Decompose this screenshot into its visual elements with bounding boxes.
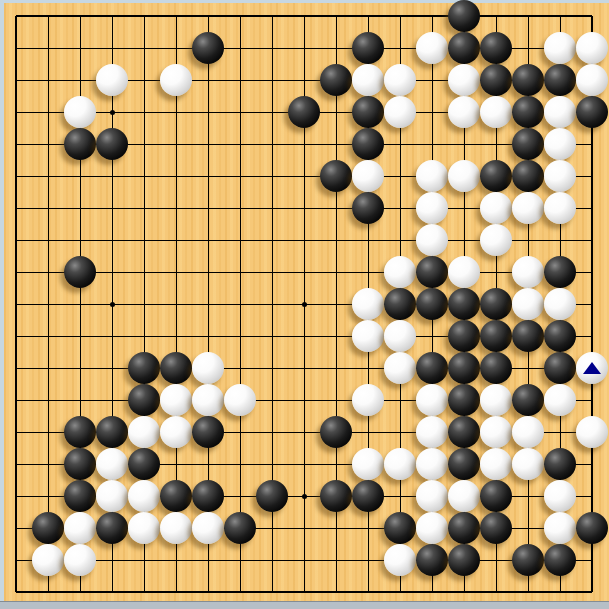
intersection-T19[interactable] [576, 0, 608, 32]
intersection-S10[interactable] [544, 288, 576, 320]
intersection-R16[interactable] [512, 96, 544, 128]
intersection-D15[interactable] [96, 128, 128, 160]
intersection-S11[interactable] [544, 256, 576, 288]
intersection-C15[interactable] [64, 128, 96, 160]
intersection-N6[interactable] [384, 416, 416, 448]
intersection-F17[interactable] [160, 64, 192, 96]
intersection-J2[interactable] [256, 544, 288, 576]
intersection-S2[interactable] [544, 544, 576, 576]
intersection-L4[interactable] [320, 480, 352, 512]
intersection-G1[interactable] [192, 576, 224, 608]
intersection-N17[interactable] [384, 64, 416, 96]
intersection-Q18[interactable] [480, 32, 512, 64]
intersection-E4[interactable] [128, 480, 160, 512]
intersection-T11[interactable] [576, 256, 608, 288]
intersection-T17[interactable] [576, 64, 608, 96]
intersection-B11[interactable] [32, 256, 64, 288]
intersection-D3[interactable] [96, 512, 128, 544]
intersection-P16[interactable] [448, 96, 480, 128]
intersection-D1[interactable] [96, 576, 128, 608]
intersection-O12[interactable] [416, 224, 448, 256]
intersection-P9[interactable] [448, 320, 480, 352]
intersection-M16[interactable] [352, 96, 384, 128]
intersection-Q17[interactable] [480, 64, 512, 96]
intersection-N8[interactable] [384, 352, 416, 384]
intersection-L6[interactable] [320, 416, 352, 448]
intersection-D18[interactable] [96, 32, 128, 64]
intersection-H7[interactable] [224, 384, 256, 416]
intersection-H17[interactable] [224, 64, 256, 96]
intersection-H8[interactable] [224, 352, 256, 384]
intersection-L1[interactable] [320, 576, 352, 608]
intersection-F7[interactable] [160, 384, 192, 416]
intersection-M5[interactable] [352, 448, 384, 480]
intersection-B18[interactable] [32, 32, 64, 64]
intersection-P7[interactable] [448, 384, 480, 416]
intersection-M12[interactable] [352, 224, 384, 256]
intersection-Q19[interactable] [480, 0, 512, 32]
intersection-J1[interactable] [256, 576, 288, 608]
intersection-F18[interactable] [160, 32, 192, 64]
intersection-C18[interactable] [64, 32, 96, 64]
intersection-C12[interactable] [64, 224, 96, 256]
intersection-H1[interactable] [224, 576, 256, 608]
intersection-H5[interactable] [224, 448, 256, 480]
intersection-C5[interactable] [64, 448, 96, 480]
intersection-K6[interactable] [288, 416, 320, 448]
intersection-C19[interactable] [64, 0, 96, 32]
intersection-L19[interactable] [320, 0, 352, 32]
intersection-S3[interactable] [544, 512, 576, 544]
intersection-Q5[interactable] [480, 448, 512, 480]
intersection-S15[interactable] [544, 128, 576, 160]
intersection-C16[interactable] [64, 96, 96, 128]
intersection-J15[interactable] [256, 128, 288, 160]
intersection-S8[interactable] [544, 352, 576, 384]
intersection-P14[interactable] [448, 160, 480, 192]
intersection-J6[interactable] [256, 416, 288, 448]
intersection-K3[interactable] [288, 512, 320, 544]
intersection-M3[interactable] [352, 512, 384, 544]
intersection-F19[interactable] [160, 0, 192, 32]
intersection-E3[interactable] [128, 512, 160, 544]
intersection-J3[interactable] [256, 512, 288, 544]
intersection-D10[interactable] [96, 288, 128, 320]
intersection-A16[interactable] [0, 96, 32, 128]
intersection-R2[interactable] [512, 544, 544, 576]
intersection-P13[interactable] [448, 192, 480, 224]
intersection-P1[interactable] [448, 576, 480, 608]
intersection-F15[interactable] [160, 128, 192, 160]
intersection-F1[interactable] [160, 576, 192, 608]
intersection-G13[interactable] [192, 192, 224, 224]
intersection-M18[interactable] [352, 32, 384, 64]
intersection-M9[interactable] [352, 320, 384, 352]
intersection-E14[interactable] [128, 160, 160, 192]
intersection-E16[interactable] [128, 96, 160, 128]
intersection-S5[interactable] [544, 448, 576, 480]
intersection-B15[interactable] [32, 128, 64, 160]
intersection-D2[interactable] [96, 544, 128, 576]
intersection-A4[interactable] [0, 480, 32, 512]
intersection-N19[interactable] [384, 0, 416, 32]
intersection-B7[interactable] [32, 384, 64, 416]
intersection-J10[interactable] [256, 288, 288, 320]
intersection-Q8[interactable] [480, 352, 512, 384]
intersection-T13[interactable] [576, 192, 608, 224]
intersection-J18[interactable] [256, 32, 288, 64]
intersection-E5[interactable] [128, 448, 160, 480]
intersection-Q6[interactable] [480, 416, 512, 448]
intersection-K15[interactable] [288, 128, 320, 160]
intersection-M7[interactable] [352, 384, 384, 416]
intersection-M6[interactable] [352, 416, 384, 448]
intersection-S17[interactable] [544, 64, 576, 96]
intersection-G15[interactable] [192, 128, 224, 160]
intersection-T4[interactable] [576, 480, 608, 512]
intersection-A12[interactable] [0, 224, 32, 256]
intersection-D12[interactable] [96, 224, 128, 256]
intersection-C4[interactable] [64, 480, 96, 512]
intersection-N12[interactable] [384, 224, 416, 256]
intersection-R19[interactable] [512, 0, 544, 32]
intersection-T2[interactable] [576, 544, 608, 576]
intersection-H10[interactable] [224, 288, 256, 320]
intersection-S13[interactable] [544, 192, 576, 224]
intersection-G11[interactable] [192, 256, 224, 288]
intersection-M14[interactable] [352, 160, 384, 192]
intersection-D17[interactable] [96, 64, 128, 96]
intersection-C10[interactable] [64, 288, 96, 320]
intersection-D8[interactable] [96, 352, 128, 384]
intersection-O11[interactable] [416, 256, 448, 288]
intersection-G19[interactable] [192, 0, 224, 32]
intersection-B17[interactable] [32, 64, 64, 96]
intersection-O15[interactable] [416, 128, 448, 160]
intersection-K13[interactable] [288, 192, 320, 224]
intersection-J19[interactable] [256, 0, 288, 32]
intersection-C3[interactable] [64, 512, 96, 544]
intersection-A7[interactable] [0, 384, 32, 416]
intersection-E12[interactable] [128, 224, 160, 256]
intersection-Q12[interactable] [480, 224, 512, 256]
intersection-T5[interactable] [576, 448, 608, 480]
intersection-H4[interactable] [224, 480, 256, 512]
intersection-E13[interactable] [128, 192, 160, 224]
intersection-F9[interactable] [160, 320, 192, 352]
intersection-N13[interactable] [384, 192, 416, 224]
intersection-L2[interactable] [320, 544, 352, 576]
intersection-P17[interactable] [448, 64, 480, 96]
intersection-A3[interactable] [0, 512, 32, 544]
intersection-R18[interactable] [512, 32, 544, 64]
intersection-Q14[interactable] [480, 160, 512, 192]
intersection-L16[interactable] [320, 96, 352, 128]
intersection-F2[interactable] [160, 544, 192, 576]
intersection-E1[interactable] [128, 576, 160, 608]
intersection-K17[interactable] [288, 64, 320, 96]
intersection-O4[interactable] [416, 480, 448, 512]
intersection-R11[interactable] [512, 256, 544, 288]
intersection-C17[interactable] [64, 64, 96, 96]
intersection-E6[interactable] [128, 416, 160, 448]
intersection-H12[interactable] [224, 224, 256, 256]
intersection-K7[interactable] [288, 384, 320, 416]
intersection-P2[interactable] [448, 544, 480, 576]
intersection-Q1[interactable] [480, 576, 512, 608]
intersection-L13[interactable] [320, 192, 352, 224]
intersection-O14[interactable] [416, 160, 448, 192]
intersection-C13[interactable] [64, 192, 96, 224]
intersection-P5[interactable] [448, 448, 480, 480]
intersection-D4[interactable] [96, 480, 128, 512]
intersection-O6[interactable] [416, 416, 448, 448]
intersection-N16[interactable] [384, 96, 416, 128]
intersection-C2[interactable] [64, 544, 96, 576]
intersection-Q11[interactable] [480, 256, 512, 288]
intersection-C8[interactable] [64, 352, 96, 384]
intersection-G16[interactable] [192, 96, 224, 128]
intersection-M17[interactable] [352, 64, 384, 96]
intersection-M2[interactable] [352, 544, 384, 576]
intersection-N3[interactable] [384, 512, 416, 544]
intersection-K9[interactable] [288, 320, 320, 352]
intersection-L11[interactable] [320, 256, 352, 288]
intersection-P11[interactable] [448, 256, 480, 288]
intersection-H18[interactable] [224, 32, 256, 64]
intersection-A19[interactable] [0, 0, 32, 32]
intersection-G4[interactable] [192, 480, 224, 512]
intersection-H6[interactable] [224, 416, 256, 448]
intersection-L8[interactable] [320, 352, 352, 384]
intersection-O3[interactable] [416, 512, 448, 544]
intersection-K2[interactable] [288, 544, 320, 576]
intersection-D6[interactable] [96, 416, 128, 448]
intersection-L12[interactable] [320, 224, 352, 256]
intersection-T15[interactable] [576, 128, 608, 160]
intersection-J14[interactable] [256, 160, 288, 192]
intersection-R12[interactable] [512, 224, 544, 256]
intersection-D11[interactable] [96, 256, 128, 288]
intersection-R17[interactable] [512, 64, 544, 96]
intersection-J12[interactable] [256, 224, 288, 256]
intersection-K12[interactable] [288, 224, 320, 256]
intersection-D14[interactable] [96, 160, 128, 192]
intersection-G18[interactable] [192, 32, 224, 64]
intersection-M11[interactable] [352, 256, 384, 288]
intersection-K14[interactable] [288, 160, 320, 192]
intersection-N5[interactable] [384, 448, 416, 480]
intersection-A18[interactable] [0, 32, 32, 64]
intersection-D19[interactable] [96, 0, 128, 32]
intersection-J11[interactable] [256, 256, 288, 288]
intersection-B19[interactable] [32, 0, 64, 32]
intersection-P18[interactable] [448, 32, 480, 64]
intersection-A2[interactable] [0, 544, 32, 576]
intersection-H9[interactable] [224, 320, 256, 352]
intersection-B3[interactable] [32, 512, 64, 544]
intersection-O7[interactable] [416, 384, 448, 416]
intersection-S9[interactable] [544, 320, 576, 352]
intersection-G9[interactable] [192, 320, 224, 352]
intersection-B6[interactable] [32, 416, 64, 448]
intersection-J4[interactable] [256, 480, 288, 512]
intersection-S12[interactable] [544, 224, 576, 256]
intersection-K8[interactable] [288, 352, 320, 384]
intersection-L15[interactable] [320, 128, 352, 160]
intersection-T3[interactable] [576, 512, 608, 544]
intersection-A15[interactable] [0, 128, 32, 160]
intersection-R1[interactable] [512, 576, 544, 608]
intersection-F6[interactable] [160, 416, 192, 448]
intersection-N18[interactable] [384, 32, 416, 64]
intersection-O8[interactable] [416, 352, 448, 384]
intersection-E15[interactable] [128, 128, 160, 160]
intersection-R14[interactable] [512, 160, 544, 192]
intersection-S4[interactable] [544, 480, 576, 512]
intersection-E7[interactable] [128, 384, 160, 416]
intersection-N14[interactable] [384, 160, 416, 192]
intersection-B2[interactable] [32, 544, 64, 576]
intersection-E18[interactable] [128, 32, 160, 64]
intersection-D13[interactable] [96, 192, 128, 224]
intersection-F12[interactable] [160, 224, 192, 256]
intersection-P8[interactable] [448, 352, 480, 384]
intersection-B8[interactable] [32, 352, 64, 384]
intersection-T6[interactable] [576, 416, 608, 448]
intersection-B5[interactable] [32, 448, 64, 480]
intersection-G6[interactable] [192, 416, 224, 448]
intersection-G10[interactable] [192, 288, 224, 320]
intersection-L7[interactable] [320, 384, 352, 416]
intersection-H16[interactable] [224, 96, 256, 128]
intersection-S14[interactable] [544, 160, 576, 192]
intersection-B9[interactable] [32, 320, 64, 352]
intersection-C14[interactable] [64, 160, 96, 192]
intersection-Q2[interactable] [480, 544, 512, 576]
intersection-T9[interactable] [576, 320, 608, 352]
intersection-A17[interactable] [0, 64, 32, 96]
intersection-L5[interactable] [320, 448, 352, 480]
intersection-F8[interactable] [160, 352, 192, 384]
intersection-M13[interactable] [352, 192, 384, 224]
intersection-Q4[interactable] [480, 480, 512, 512]
intersection-T16[interactable] [576, 96, 608, 128]
intersection-R9[interactable] [512, 320, 544, 352]
intersection-S7[interactable] [544, 384, 576, 416]
intersection-N9[interactable] [384, 320, 416, 352]
intersection-A10[interactable] [0, 288, 32, 320]
intersection-R7[interactable] [512, 384, 544, 416]
intersection-L18[interactable] [320, 32, 352, 64]
intersection-T18[interactable] [576, 32, 608, 64]
intersection-P10[interactable] [448, 288, 480, 320]
intersection-F14[interactable] [160, 160, 192, 192]
intersection-E9[interactable] [128, 320, 160, 352]
intersection-D5[interactable] [96, 448, 128, 480]
intersection-O2[interactable] [416, 544, 448, 576]
intersection-N2[interactable] [384, 544, 416, 576]
intersection-H13[interactable] [224, 192, 256, 224]
intersection-E11[interactable] [128, 256, 160, 288]
intersection-K5[interactable] [288, 448, 320, 480]
intersection-O16[interactable] [416, 96, 448, 128]
intersection-A9[interactable] [0, 320, 32, 352]
intersection-S19[interactable] [544, 0, 576, 32]
intersection-R6[interactable] [512, 416, 544, 448]
intersection-N7[interactable] [384, 384, 416, 416]
intersection-C6[interactable] [64, 416, 96, 448]
intersection-A13[interactable] [0, 192, 32, 224]
intersection-P12[interactable] [448, 224, 480, 256]
intersection-H2[interactable] [224, 544, 256, 576]
intersection-R3[interactable] [512, 512, 544, 544]
intersection-O10[interactable] [416, 288, 448, 320]
go-board-grid[interactable] [0, 0, 608, 608]
intersection-M10[interactable] [352, 288, 384, 320]
intersection-B1[interactable] [32, 576, 64, 608]
intersection-A11[interactable] [0, 256, 32, 288]
intersection-H3[interactable] [224, 512, 256, 544]
intersection-H11[interactable] [224, 256, 256, 288]
intersection-J13[interactable] [256, 192, 288, 224]
intersection-J16[interactable] [256, 96, 288, 128]
intersection-R13[interactable] [512, 192, 544, 224]
intersection-P4[interactable] [448, 480, 480, 512]
intersection-F16[interactable] [160, 96, 192, 128]
intersection-F11[interactable] [160, 256, 192, 288]
intersection-L14[interactable] [320, 160, 352, 192]
intersection-E8[interactable] [128, 352, 160, 384]
intersection-A1[interactable] [0, 576, 32, 608]
intersection-L3[interactable] [320, 512, 352, 544]
intersection-E19[interactable] [128, 0, 160, 32]
intersection-B13[interactable] [32, 192, 64, 224]
intersection-D16[interactable] [96, 96, 128, 128]
intersection-N1[interactable] [384, 576, 416, 608]
intersection-T7[interactable] [576, 384, 608, 416]
intersection-K19[interactable] [288, 0, 320, 32]
intersection-P3[interactable] [448, 512, 480, 544]
intersection-O19[interactable] [416, 0, 448, 32]
intersection-G17[interactable] [192, 64, 224, 96]
intersection-B10[interactable] [32, 288, 64, 320]
intersection-N4[interactable] [384, 480, 416, 512]
intersection-T14[interactable] [576, 160, 608, 192]
intersection-K11[interactable] [288, 256, 320, 288]
intersection-K10[interactable] [288, 288, 320, 320]
intersection-B14[interactable] [32, 160, 64, 192]
intersection-O17[interactable] [416, 64, 448, 96]
intersection-M8[interactable] [352, 352, 384, 384]
intersection-M4[interactable] [352, 480, 384, 512]
intersection-K18[interactable] [288, 32, 320, 64]
intersection-G14[interactable] [192, 160, 224, 192]
intersection-H14[interactable] [224, 160, 256, 192]
intersection-R10[interactable] [512, 288, 544, 320]
intersection-J5[interactable] [256, 448, 288, 480]
intersection-K4[interactable] [288, 480, 320, 512]
intersection-A8[interactable] [0, 352, 32, 384]
intersection-Q7[interactable] [480, 384, 512, 416]
intersection-A6[interactable] [0, 416, 32, 448]
intersection-A5[interactable] [0, 448, 32, 480]
intersection-N11[interactable] [384, 256, 416, 288]
intersection-R4[interactable] [512, 480, 544, 512]
intersection-N15[interactable] [384, 128, 416, 160]
intersection-Q3[interactable] [480, 512, 512, 544]
intersection-Q9[interactable] [480, 320, 512, 352]
